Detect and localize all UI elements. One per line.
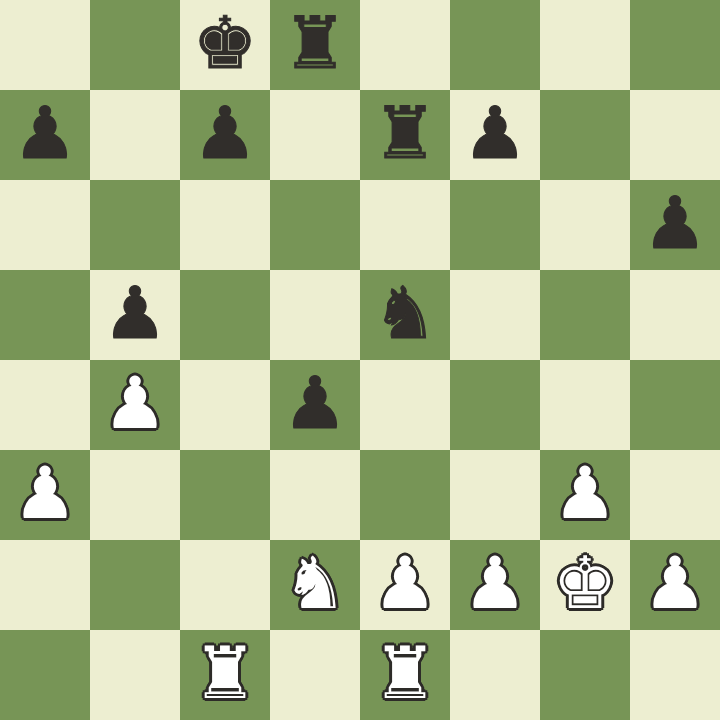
square-f6[interactable] [450,180,540,270]
square-b4[interactable]: ♟ [90,360,180,450]
square-a1[interactable] [0,630,90,720]
square-e6[interactable] [360,180,450,270]
piece-white-pawn-b4[interactable]: ♟ [103,360,168,448]
square-b3[interactable] [90,450,180,540]
square-e8[interactable] [360,0,450,90]
square-c4[interactable] [180,360,270,450]
square-g8[interactable] [540,0,630,90]
square-h6[interactable]: ♟ [630,180,720,270]
square-c8[interactable]: ♚ [180,0,270,90]
chess-board: ♚♜♟♟♜♟♟♟♞♟♟♟♟♞♟♟♚♟♜♜ [0,0,720,720]
square-g5[interactable] [540,270,630,360]
square-c7[interactable]: ♟ [180,90,270,180]
piece-white-pawn-f2[interactable]: ♟ [463,540,528,628]
square-d3[interactable] [270,450,360,540]
square-d6[interactable] [270,180,360,270]
square-b6[interactable] [90,180,180,270]
square-g7[interactable] [540,90,630,180]
square-d1[interactable] [270,630,360,720]
square-f7[interactable]: ♟ [450,90,540,180]
piece-black-knight-e5[interactable]: ♞ [373,270,438,358]
piece-white-pawn-h2[interactable]: ♟ [643,540,708,628]
piece-white-king-g2[interactable]: ♚ [553,540,618,628]
square-e3[interactable] [360,450,450,540]
square-f3[interactable] [450,450,540,540]
square-b1[interactable] [90,630,180,720]
square-b2[interactable] [90,540,180,630]
square-c1[interactable]: ♜ [180,630,270,720]
square-a3[interactable]: ♟ [0,450,90,540]
square-f8[interactable] [450,0,540,90]
piece-black-pawn-f7[interactable]: ♟ [463,90,528,178]
square-g1[interactable] [540,630,630,720]
square-h7[interactable] [630,90,720,180]
square-c2[interactable] [180,540,270,630]
piece-black-pawn-b5[interactable]: ♟ [103,270,168,358]
piece-black-pawn-a7[interactable]: ♟ [13,90,78,178]
square-b7[interactable] [90,90,180,180]
square-g4[interactable] [540,360,630,450]
square-e2[interactable]: ♟ [360,540,450,630]
square-d8[interactable]: ♜ [270,0,360,90]
square-h4[interactable] [630,360,720,450]
piece-black-king-c8[interactable]: ♚ [193,0,258,88]
piece-white-rook-c1[interactable]: ♜ [193,630,258,718]
square-b8[interactable] [90,0,180,90]
square-c6[interactable] [180,180,270,270]
square-h2[interactable]: ♟ [630,540,720,630]
square-a6[interactable] [0,180,90,270]
square-f2[interactable]: ♟ [450,540,540,630]
square-d4[interactable]: ♟ [270,360,360,450]
square-c3[interactable] [180,450,270,540]
piece-white-pawn-g3[interactable]: ♟ [553,450,618,538]
square-d5[interactable] [270,270,360,360]
piece-white-pawn-e2[interactable]: ♟ [373,540,438,628]
square-a4[interactable] [0,360,90,450]
square-d7[interactable] [270,90,360,180]
piece-black-pawn-h6[interactable]: ♟ [643,180,708,268]
piece-white-pawn-a3[interactable]: ♟ [13,450,78,538]
square-e7[interactable]: ♜ [360,90,450,180]
piece-white-rook-e1[interactable]: ♜ [373,630,438,718]
square-g2[interactable]: ♚ [540,540,630,630]
square-h8[interactable] [630,0,720,90]
square-b5[interactable]: ♟ [90,270,180,360]
square-a8[interactable] [0,0,90,90]
square-e5[interactable]: ♞ [360,270,450,360]
piece-black-pawn-c7[interactable]: ♟ [193,90,258,178]
square-g3[interactable]: ♟ [540,450,630,540]
piece-white-knight-d2[interactable]: ♞ [283,540,348,628]
piece-black-pawn-d4[interactable]: ♟ [283,360,348,448]
square-a7[interactable]: ♟ [0,90,90,180]
square-f5[interactable] [450,270,540,360]
piece-black-rook-d8[interactable]: ♜ [283,0,348,88]
square-e4[interactable] [360,360,450,450]
square-e1[interactable]: ♜ [360,630,450,720]
square-g6[interactable] [540,180,630,270]
square-c5[interactable] [180,270,270,360]
square-h1[interactable] [630,630,720,720]
square-h3[interactable] [630,450,720,540]
piece-black-rook-e7[interactable]: ♜ [373,90,438,178]
square-h5[interactable] [630,270,720,360]
square-d2[interactable]: ♞ [270,540,360,630]
square-f4[interactable] [450,360,540,450]
square-f1[interactable] [450,630,540,720]
square-a5[interactable] [0,270,90,360]
square-a2[interactable] [0,540,90,630]
